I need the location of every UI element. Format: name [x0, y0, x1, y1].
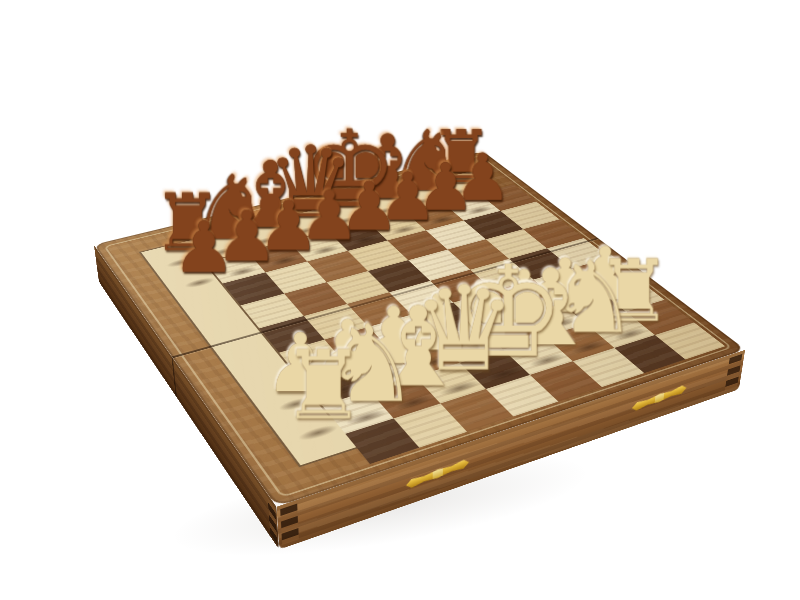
- corner-joint: [725, 354, 743, 391]
- clasp-knob: [655, 390, 665, 405]
- fold-seam-side: [171, 356, 177, 398]
- perspective-stage: ♜♞♝♛♚♝♞♜♟♟♟♟♟♟♟♟♟♟♟♟♟♟♟♟♜♞♝♛♚♝♞♜: [0, 0, 800, 600]
- pieces-layer: ♜♞♝♛♚♝♞♜♟♟♟♟♟♟♟♟♟♟♟♟♟♟♟♟♜♞♝♛♚♝♞♜: [94, 151, 746, 506]
- clasp-knob: [433, 465, 443, 481]
- white-rook-glyph: ♜: [253, 340, 392, 430]
- corner-joint: [280, 504, 299, 545]
- chess-box: ♜♞♝♛♚♝♞♜♟♟♟♟♟♟♟♟♟♟♟♟♟♟♟♟♜♞♝♛♚♝♞♜: [94, 151, 746, 506]
- chess-set-photo: ♜♞♝♛♚♝♞♜♟♟♟♟♟♟♟♟♟♟♟♟♟♟♟♟♜♞♝♛♚♝♞♜: [0, 0, 800, 600]
- brass-clasp: [406, 455, 470, 493]
- brass-clasp: [631, 381, 687, 415]
